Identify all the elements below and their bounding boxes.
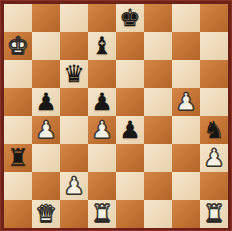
square-c4[interactable] [60,116,88,144]
square-h6[interactable] [200,60,228,88]
square-b3[interactable] [32,144,60,172]
square-g6[interactable] [172,60,200,88]
piece-black-pawn[interactable]: ♟ [35,88,57,116]
piece-black-bishop[interactable]: ♝ [91,32,113,60]
square-h3[interactable]: ♟ [200,144,228,172]
square-a3[interactable]: ♜ [4,144,32,172]
square-e8[interactable]: ♚ [116,4,144,32]
piece-white-pawn[interactable]: ♟ [35,116,57,144]
square-b4[interactable]: ♟ [32,116,60,144]
square-b5[interactable]: ♟ [32,88,60,116]
square-a7[interactable]: ♚ [4,32,32,60]
piece-black-knight[interactable]: ♞ [203,116,225,144]
square-g1[interactable] [172,200,200,228]
square-b6[interactable] [32,60,60,88]
square-f4[interactable] [144,116,172,144]
square-g3[interactable] [172,144,200,172]
square-g4[interactable] [172,116,200,144]
piece-white-pawn[interactable]: ♟ [203,144,225,172]
square-h1[interactable]: ♜ [200,200,228,228]
square-c5[interactable] [60,88,88,116]
square-f2[interactable] [144,172,172,200]
square-d4[interactable]: ♟ [88,116,116,144]
square-b8[interactable] [32,4,60,32]
piece-black-pawn[interactable]: ♟ [119,116,141,144]
square-f6[interactable] [144,60,172,88]
square-d1[interactable]: ♜ [88,200,116,228]
square-a2[interactable] [4,172,32,200]
piece-white-pawn[interactable]: ♟ [91,116,113,144]
square-e1[interactable] [116,200,144,228]
piece-black-rook[interactable]: ♜ [7,144,29,172]
piece-black-pawn[interactable]: ♟ [91,88,113,116]
square-e6[interactable] [116,60,144,88]
square-f3[interactable] [144,144,172,172]
piece-white-rook[interactable]: ♜ [91,200,113,228]
square-h7[interactable] [200,32,228,60]
square-a8[interactable] [4,4,32,32]
square-c3[interactable] [60,144,88,172]
square-f5[interactable] [144,88,172,116]
square-h5[interactable] [200,88,228,116]
square-c1[interactable] [60,200,88,228]
piece-white-queen[interactable]: ♛ [35,200,57,228]
square-e2[interactable] [116,172,144,200]
square-g5[interactable]: ♟ [172,88,200,116]
square-f1[interactable] [144,200,172,228]
square-d8[interactable] [88,4,116,32]
square-c8[interactable] [60,4,88,32]
square-d2[interactable] [88,172,116,200]
square-a1[interactable] [4,200,32,228]
square-h2[interactable] [200,172,228,200]
square-c2[interactable]: ♟ [60,172,88,200]
square-g2[interactable] [172,172,200,200]
square-a6[interactable] [4,60,32,88]
square-a4[interactable] [4,116,32,144]
square-f7[interactable] [144,32,172,60]
square-d6[interactable] [88,60,116,88]
piece-white-pawn[interactable]: ♟ [175,88,197,116]
square-g7[interactable] [172,32,200,60]
square-b1[interactable]: ♛ [32,200,60,228]
square-d3[interactable] [88,144,116,172]
piece-black-queen[interactable]: ♛ [63,60,85,88]
square-e4[interactable]: ♟ [116,116,144,144]
square-a5[interactable] [4,88,32,116]
square-d5[interactable]: ♟ [88,88,116,116]
square-b2[interactable] [32,172,60,200]
square-c6[interactable]: ♛ [60,60,88,88]
square-e5[interactable] [116,88,144,116]
square-c7[interactable] [60,32,88,60]
piece-black-king[interactable]: ♚ [119,4,141,32]
square-e7[interactable] [116,32,144,60]
piece-white-king[interactable]: ♚ [7,32,29,60]
piece-white-pawn[interactable]: ♟ [63,172,85,200]
square-d7[interactable]: ♝ [88,32,116,60]
piece-white-rook[interactable]: ♜ [203,200,225,228]
board-frame: ♚♚♝♛♟♟♟♟♟♟♞♜♟♟♛♜♜ [0,0,232,231]
square-g8[interactable] [172,4,200,32]
square-e3[interactable] [116,144,144,172]
square-h8[interactable] [200,4,228,32]
chess-board: ♚♚♝♛♟♟♟♟♟♟♞♜♟♟♛♜♜ [4,4,228,228]
square-h4[interactable]: ♞ [200,116,228,144]
square-f8[interactable] [144,4,172,32]
square-b7[interactable] [32,32,60,60]
